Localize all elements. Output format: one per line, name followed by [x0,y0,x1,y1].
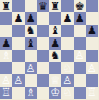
square-d5[interactable] [37,37,49,49]
square-d7[interactable] [37,12,49,24]
square-f5[interactable] [61,37,73,49]
square-b8[interactable] [12,0,24,12]
square-e4[interactable]: ♞ [49,50,61,62]
square-d4[interactable] [37,50,49,62]
square-c7[interactable]: ♟ [25,12,37,24]
white-pawn-icon: ♙ [87,62,97,73]
white-knight-icon: ♘ [62,87,72,98]
square-g4[interactable]: ♙ [74,50,86,62]
square-e6[interactable]: ♝ [49,25,61,37]
white-knight-icon: ♘ [62,62,72,73]
square-b2[interactable]: ♙ [12,74,24,86]
black-pawn-icon: ♟ [50,37,60,48]
square-a6[interactable] [0,25,12,37]
black-bishop-icon: ♝ [50,25,60,36]
white-rook-icon: ♖ [87,87,97,98]
square-e8[interactable]: ♜ [49,0,61,12]
square-f2[interactable]: ♙ [61,74,73,86]
square-b4[interactable] [12,50,24,62]
black-queen-icon: ♛ [38,0,48,11]
square-b6[interactable] [12,25,24,37]
black-knight-icon: ♞ [26,25,36,36]
white-pawn-icon: ♙ [26,62,36,73]
white-king-icon: ♔ [50,87,60,98]
square-d2[interactable] [37,74,49,86]
white-rook-icon: ♖ [1,87,11,98]
white-queen-icon: ♕ [50,74,60,85]
square-g8[interactable]: ♚ [74,0,86,12]
black-pawn-icon: ♟ [26,13,36,24]
square-e2[interactable]: ♕ [49,74,61,86]
square-h8[interactable] [86,0,98,12]
white-pawn-icon: ♙ [62,74,72,85]
chess-board: ♜♛♜♚♟♟♟♟♞♝♟♟♝♟♗♞♙♙♘♙♙♙♕♙♖♗♔♘♖ [0,0,98,99]
white-pawn-icon: ♙ [13,74,23,85]
square-e5[interactable]: ♟ [49,37,61,49]
square-g1[interactable] [74,87,86,99]
square-c8[interactable] [25,0,37,12]
square-a8[interactable]: ♜ [0,0,12,12]
square-b1[interactable] [12,87,24,99]
black-rook-icon: ♜ [50,0,60,11]
black-king-icon: ♚ [75,0,85,11]
square-e3[interactable] [49,62,61,74]
black-pawn-icon: ♟ [62,13,72,24]
square-e7[interactable] [49,12,61,24]
square-f1[interactable]: ♘ [61,87,73,99]
black-rook-icon: ♜ [1,0,11,11]
white-pawn-icon: ♙ [75,50,85,61]
square-a7[interactable] [0,12,12,24]
square-c3[interactable]: ♙ [25,62,37,74]
square-a2[interactable]: ♙ [0,74,12,86]
white-bishop-icon: ♗ [26,87,36,98]
square-d3[interactable] [37,62,49,74]
square-b3[interactable] [12,62,24,74]
square-d8[interactable]: ♛ [37,0,49,12]
square-h5[interactable] [86,37,98,49]
square-a3[interactable] [0,62,12,74]
square-d6[interactable] [37,25,49,37]
black-pawn-icon: ♟ [87,25,97,36]
black-pawn-icon: ♟ [13,13,23,24]
square-f3[interactable]: ♘ [61,62,73,74]
square-h6[interactable]: ♟ [86,25,98,37]
square-f6[interactable] [61,25,73,37]
black-knight-icon: ♞ [50,50,60,61]
square-a1[interactable]: ♖ [0,87,12,99]
white-pawn-icon: ♙ [1,74,11,85]
square-a5[interactable]: ♟ [0,37,12,49]
black-pawn-icon: ♟ [1,37,11,48]
square-h3[interactable]: ♙ [86,62,98,74]
square-c2[interactable] [25,74,37,86]
square-g7[interactable]: ♟ [74,12,86,24]
square-h1[interactable]: ♖ [86,87,98,99]
square-c5[interactable]: ♝ [25,37,37,49]
square-h2[interactable] [86,74,98,86]
square-f4[interactable] [61,50,73,62]
chess-board-frame: ♜♛♜♚♟♟♟♟♞♝♟♟♝♟♗♞♙♙♘♙♙♙♕♙♖♗♔♘♖ [0,0,99,100]
black-pawn-icon: ♟ [75,13,85,24]
square-g5[interactable] [74,37,86,49]
square-h4[interactable] [86,50,98,62]
square-e1[interactable]: ♔ [49,87,61,99]
square-a4[interactable]: ♗ [0,50,12,62]
square-f7[interactable]: ♟ [61,12,73,24]
square-g6[interactable] [74,25,86,37]
square-c4[interactable] [25,50,37,62]
square-d1[interactable] [37,87,49,99]
square-g3[interactable] [74,62,86,74]
square-c6[interactable]: ♞ [25,25,37,37]
square-f8[interactable] [61,0,73,12]
square-h7[interactable] [86,12,98,24]
square-b5[interactable] [12,37,24,49]
square-b7[interactable]: ♟ [12,12,24,24]
white-bishop-icon: ♗ [1,50,11,61]
square-c1[interactable]: ♗ [25,87,37,99]
square-g2[interactable] [74,74,86,86]
black-bishop-icon: ♝ [26,37,36,48]
